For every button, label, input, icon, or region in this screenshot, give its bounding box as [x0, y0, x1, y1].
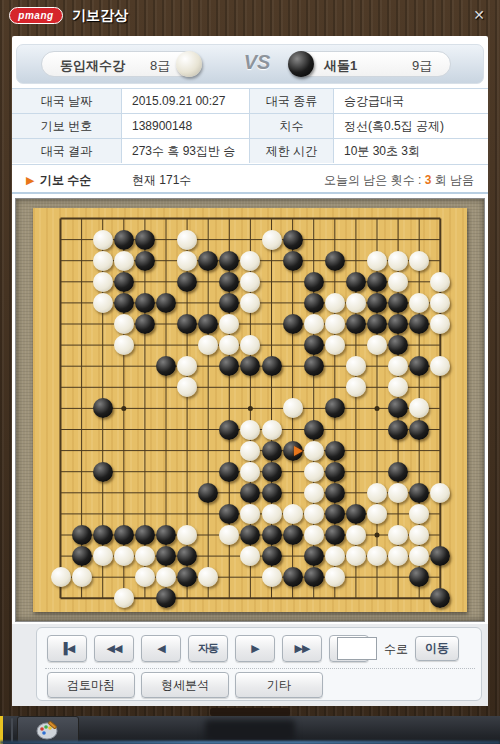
player-bar: 동입재수강 8급 VS 새돌1 9급 [16, 44, 484, 84]
position-analysis-button[interactable]: 형세분석 [141, 672, 229, 698]
white-stone [367, 483, 387, 503]
black-stone [346, 314, 366, 334]
move-number-input[interactable] [337, 637, 377, 660]
black-stone [304, 546, 324, 566]
white-stone [177, 525, 197, 545]
white-stone [304, 525, 324, 545]
white-stone [367, 251, 387, 271]
info-label: 대국 종류 [250, 89, 334, 113]
black-stone [283, 251, 303, 271]
black-stone-icon [288, 51, 314, 77]
white-stone [325, 314, 345, 334]
taskbar-edge-accent [0, 716, 3, 744]
black-stone [219, 251, 239, 271]
app-window: pmang 기보감상 ✕ 동입재수강 8급 VS 새돌1 9급 대국 날짜201… [0, 0, 500, 744]
black-stone [72, 546, 92, 566]
white-stone [114, 335, 134, 355]
move-input-suffix-label: 수로 [384, 641, 408, 658]
white-stone [430, 483, 450, 503]
controls-zone: ▐◀◀◀◀자동▶▶▶▶▌ 수로 이동 검토마침형세분석기타 [12, 624, 488, 706]
black-stone [262, 483, 282, 503]
black-stone [367, 272, 387, 292]
white-stone [304, 483, 324, 503]
white-stone [325, 546, 345, 566]
white-stone [346, 356, 366, 376]
white-stone [388, 525, 408, 545]
info-value: 정선(흑0.5집 공제) [334, 114, 488, 138]
last-move-marker-icon [294, 446, 303, 456]
info-value: 10분 30초 3회 [334, 139, 488, 163]
black-stone [93, 525, 113, 545]
black-stone [93, 398, 113, 418]
info-row: 대국 날짜2015.09.21 00:27대국 종류승강급대국 [12, 88, 488, 113]
black-stone [388, 462, 408, 482]
white-stone [304, 504, 324, 524]
white-stone [93, 293, 113, 313]
content-panel: 동입재수강 8급 VS 새돌1 9급 대국 날짜2015.09.21 00:27… [12, 36, 488, 706]
info-label: 기보 번호 [12, 114, 122, 138]
black-stone [156, 293, 176, 313]
black-stone [219, 462, 239, 482]
fast-forward-button[interactable]: ▶▶ [282, 635, 322, 662]
white-stone [325, 335, 345, 355]
info-row: 대국 결과273수 흑 93집반 승제한 시간10분 30초 3회 [12, 138, 488, 163]
black-stone [156, 525, 176, 545]
white-stone [114, 546, 134, 566]
white-stone [283, 504, 303, 524]
white-stone [430, 272, 450, 292]
black-stone [325, 251, 345, 271]
first-button[interactable]: ▐◀ [47, 635, 87, 662]
white-stone [262, 504, 282, 524]
info-value: 승강급대국 [334, 89, 488, 113]
white-stone [51, 567, 71, 587]
white-stone [93, 230, 113, 250]
navigation-row: ▐◀◀◀◀자동▶▶▶▶▌ [47, 635, 369, 662]
white-stone [72, 567, 92, 587]
black-stone [283, 525, 303, 545]
white-stone [304, 462, 324, 482]
black-stone [304, 272, 324, 292]
white-stone [93, 546, 113, 566]
controls-panel: ▐◀◀◀◀자동▶▶▶▶▌ 수로 이동 검토마침형세분석기타 [36, 627, 482, 701]
etc-button[interactable]: 기타 [235, 672, 323, 698]
white-stone [135, 546, 155, 566]
white-stone [93, 251, 113, 271]
divider [45, 668, 475, 669]
white-stone [367, 335, 387, 355]
white-stone [283, 398, 303, 418]
fast-back-button[interactable]: ◀◀ [94, 635, 134, 662]
white-stone [367, 504, 387, 524]
black-player-rank: 9급 [412, 57, 432, 75]
white-stone [388, 251, 408, 271]
black-stone [283, 567, 303, 587]
move-sequence-label: 기보 수순 [40, 165, 91, 195]
black-stone [135, 251, 155, 271]
white-player-pill: 동입재수강 8급 [41, 51, 201, 77]
close-icon[interactable]: ✕ [468, 6, 490, 24]
white-stone [262, 567, 282, 587]
white-stone [388, 272, 408, 292]
white-stone [240, 420, 260, 440]
star-point [121, 406, 126, 411]
info-value: 273수 흑 93집반 승 [122, 139, 250, 163]
remaining-views-text: 오늘의 남은 횟수 : 3 회 남음 [324, 165, 474, 195]
black-stone [304, 356, 324, 376]
white-stone [135, 567, 155, 587]
black-stone [262, 441, 282, 461]
white-player-name: 동입재수강 [60, 57, 125, 75]
white-stone [388, 483, 408, 503]
white-stone [114, 314, 134, 334]
paint-app-taskbar-button[interactable] [17, 716, 79, 744]
black-stone [325, 441, 345, 461]
black-stone [367, 293, 387, 313]
black-stone [325, 525, 345, 545]
black-stone [93, 462, 113, 482]
orange-bullet-icon: ▶ [26, 165, 34, 195]
white-stone [114, 588, 134, 608]
info-label: 대국 날짜 [12, 89, 122, 113]
white-stone [325, 567, 345, 587]
info-label: 제한 시간 [250, 139, 334, 163]
black-stone [219, 272, 239, 292]
black-stone [325, 504, 345, 524]
black-stone [283, 314, 303, 334]
star-point [375, 533, 380, 538]
black-stone [304, 420, 324, 440]
info-row: 기보 번호138900148치수정선(흑0.5집 공제) [12, 113, 488, 138]
taskbar [0, 716, 500, 744]
move-sequence-row: ▶ 기보 수순 현재 171수 오늘의 남은 횟수 : 3 회 남음 [12, 164, 488, 194]
pmang-logo-icon: pmang [9, 7, 63, 24]
black-stone [325, 462, 345, 482]
game-info-table: 대국 날짜2015.09.21 00:27대국 종류승강급대국기보 번호1389… [12, 88, 488, 163]
black-stone [304, 567, 324, 587]
white-stone [240, 441, 260, 461]
back-button[interactable]: ◀ [141, 635, 181, 662]
black-stone [346, 272, 366, 292]
review-end-button[interactable]: 검토마침 [47, 672, 135, 698]
white-stone [262, 420, 282, 440]
black-stone [262, 546, 282, 566]
black-stone [135, 525, 155, 545]
white-stone [409, 251, 429, 271]
forward-button[interactable]: ▶ [235, 635, 275, 662]
auto-button[interactable]: 자동 [188, 635, 228, 662]
white-stone-icon [176, 51, 202, 77]
black-stone [114, 525, 134, 545]
white-stone [409, 293, 429, 313]
black-stone [135, 293, 155, 313]
black-stone [177, 272, 197, 292]
black-player-pill: 새돌1 9급 [289, 51, 451, 77]
black-stone [304, 335, 324, 355]
black-stone [72, 525, 92, 545]
black-stone [114, 293, 134, 313]
white-stone [93, 272, 113, 292]
white-stone [346, 293, 366, 313]
black-stone [325, 483, 345, 503]
palette-icon [35, 719, 61, 741]
black-stone [114, 230, 134, 250]
black-stone [177, 314, 197, 334]
white-stone [240, 251, 260, 271]
black-stone [388, 420, 408, 440]
info-label: 치수 [250, 114, 334, 138]
black-player-name: 새돌1 [324, 57, 357, 75]
white-stone [262, 230, 282, 250]
go-board[interactable] [33, 208, 467, 612]
black-stone [219, 420, 239, 440]
vs-label: VS [235, 51, 279, 74]
white-stone [367, 546, 387, 566]
black-stone [135, 314, 155, 334]
black-stone [114, 272, 134, 292]
window-title: 기보감상 [72, 7, 128, 25]
white-stone [304, 441, 324, 461]
black-stone [283, 230, 303, 250]
board-frame [15, 198, 485, 622]
black-stone [409, 420, 429, 440]
white-stone [177, 230, 197, 250]
black-stone [198, 251, 218, 271]
black-stone [156, 546, 176, 566]
taskbar-divider [11, 718, 13, 742]
black-stone [262, 462, 282, 482]
black-stone [198, 483, 218, 503]
taskbar-blur [205, 720, 295, 742]
black-stone [262, 525, 282, 545]
star-point [248, 406, 253, 411]
action-buttons-row: 검토마침형세분석기타 [47, 672, 323, 699]
white-stone [114, 251, 134, 271]
current-move-text: 현재 171수 [132, 165, 191, 195]
info-value: 2015.09.21 00:27 [122, 89, 250, 113]
black-stone [262, 356, 282, 376]
black-stone [304, 293, 324, 313]
black-stone [388, 293, 408, 313]
white-stone [177, 251, 197, 271]
white-stone [240, 462, 260, 482]
info-value: 138900148 [122, 114, 250, 138]
white-player-rank: 8급 [150, 57, 170, 75]
info-label: 대국 결과 [12, 139, 122, 163]
black-stone [346, 504, 366, 524]
white-stone [409, 504, 429, 524]
black-stone [135, 230, 155, 250]
white-stone [304, 314, 324, 334]
star-point [375, 406, 380, 411]
white-stone [346, 546, 366, 566]
goto-move-button[interactable]: 이동 [415, 636, 459, 661]
white-stone [346, 525, 366, 545]
window-bottom-notch [210, 708, 290, 716]
title-bar: pmang 기보감상 ✕ [0, 0, 500, 32]
black-stone [367, 314, 387, 334]
black-stone [409, 483, 429, 503]
black-stone [388, 314, 408, 334]
white-stone [325, 293, 345, 313]
